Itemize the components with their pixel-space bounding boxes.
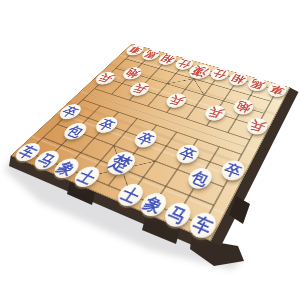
photo-stage: 車馬相仕漢仕相馬車炮炮兵兵兵兵兵卒卒卒卒卒包包车马象士楚士象马车 [0, 0, 300, 300]
